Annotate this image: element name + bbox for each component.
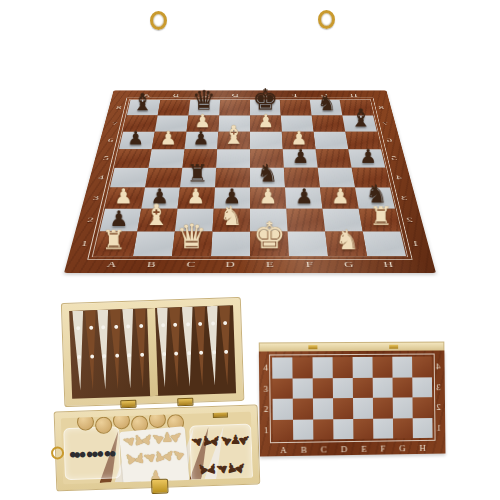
bag-of-black-checkers: ●●●●●●●● (63, 426, 121, 480)
backgammon-point (169, 307, 183, 387)
piece-black-pawn: ♟ (292, 147, 309, 166)
square-c6: ♟ (184, 132, 218, 149)
folded-square-g1 (393, 418, 413, 439)
file-label-near-h: H (367, 256, 410, 273)
piece-white-pawn: ♟ (258, 112, 274, 130)
folded-square-e4 (353, 357, 373, 378)
brass-front-clasp-icon (151, 479, 169, 495)
folded-square-e2 (353, 398, 373, 419)
board-corner (367, 90, 389, 100)
rank-label-right-5: 5 (381, 149, 407, 168)
folded-square-g3 (393, 377, 413, 398)
piece-black-knight: ♞ (317, 93, 336, 115)
piece-black-bishop: ♝ (350, 106, 372, 131)
folded-rank-label-1: 1 (264, 425, 269, 435)
folded-rank-labels-left: 4321 (260, 358, 272, 441)
folded-square-a1 (273, 419, 293, 440)
file-label-near-g: G (328, 256, 370, 273)
folded-square-c2 (313, 398, 333, 419)
rank-label-right-7: 7 (373, 115, 397, 131)
backgammon-point (85, 310, 99, 390)
board-corner (406, 256, 436, 273)
folded-square-f3 (373, 377, 393, 398)
square-e7: ♟ (250, 115, 282, 131)
piece-white-queen: ♛ (176, 220, 207, 254)
piece-black-pawn: ♟ (295, 186, 314, 207)
square-a1: ♜ (94, 232, 137, 257)
folded-file-label-e: E (361, 444, 367, 454)
folded-rank-label-4: 4 (436, 362, 441, 372)
folded-file-labels: ABCDEFGH (273, 443, 433, 455)
piece-white-knight: ♞ (220, 204, 244, 230)
square-a3: ♟ (105, 188, 145, 209)
product-photo-collage: ABCDEFGH8♝♛♚♞87♟♟♝76♟♟♟♝♟65♟♟54♜♞43♟♟♟♟♟… (0, 0, 500, 500)
folded-square-b1 (293, 419, 313, 440)
folded-rank-label-2: 2 (436, 402, 441, 412)
black-checker: ● (107, 445, 119, 460)
rank-label-left-4: 4 (87, 168, 114, 188)
folded-square-f1 (373, 418, 393, 439)
piece-white-king: ♚ (253, 217, 286, 254)
rank-label-right-8: 8 (370, 100, 394, 115)
piece-white-rook: ♜ (102, 228, 126, 254)
folded-board-grid (272, 357, 432, 441)
folded-rank-label-3: 3 (436, 382, 441, 392)
square-c1: ♛ (172, 232, 212, 257)
folded-square-f4 (372, 357, 392, 378)
box-tray: ●●●●●●●● ♟♟♟♟♟♟♟♟♟♟♟♟♟ ♟♟♟♟♟♟♟♟♟♟♟ (54, 404, 261, 491)
piece-black-rook: ♜ (187, 162, 208, 186)
folded-square-c3 (313, 378, 333, 399)
folded-rank-label-4: 4 (263, 363, 268, 373)
lid-backgammon-points (69, 305, 236, 399)
folded-square-b3 (293, 378, 313, 399)
piece-white-pawn: ♟ (160, 129, 177, 148)
piece-white-pawn: ♟ (259, 186, 278, 207)
folded-rank-label-1: 1 (437, 423, 442, 433)
square-b5 (148, 149, 184, 168)
square-f5: ♟ (283, 149, 318, 168)
folded-square-f2 (373, 398, 393, 419)
board-corner (111, 90, 133, 100)
backgammon-point (207, 306, 221, 386)
square-a5 (115, 149, 152, 168)
square-h1 (363, 232, 406, 257)
rank-label-right-2: 2 (395, 209, 425, 232)
square-f1 (288, 232, 328, 257)
main-board-wrap: ABCDEFGH8♝♛♚♞87♟♟♝76♟♟♟♝♟65♟♟54♜♞43♟♟♟♟♟… (64, 0, 436, 273)
backgammon-point (157, 307, 171, 387)
file-label-near-d: D (210, 256, 250, 273)
lid-centre-bar (147, 308, 158, 396)
piece-white-pawn: ♟ (114, 186, 133, 207)
square-e3: ♟ (250, 188, 286, 209)
square-b1 (133, 232, 175, 257)
folded-square-e3 (353, 377, 373, 398)
folded-square-d4 (333, 357, 353, 378)
folded-square-b4 (292, 357, 312, 378)
folded-file-label-d: D (341, 444, 348, 454)
folded-rank-label-2: 2 (264, 404, 269, 414)
square-c3: ♟ (178, 188, 215, 209)
file-label-near-b: B (130, 256, 172, 273)
piece-white-pawn: ♟ (291, 129, 308, 148)
folded-file-label-a: A (280, 445, 287, 455)
piece-black-pawn: ♟ (127, 129, 144, 148)
piece-black-bishop: ♝ (132, 90, 153, 114)
folded-square-c1 (313, 419, 333, 440)
folded-file-label-g: G (399, 443, 406, 453)
folded-square-b2 (293, 398, 313, 419)
square-g7 (312, 115, 346, 131)
brass-hinge-icon (120, 400, 136, 409)
folded-rank-labels-right: 4321 (433, 356, 445, 437)
backgammon-point (72, 310, 86, 390)
square-e6 (250, 132, 283, 149)
square-f2 (286, 209, 325, 232)
folded-square-g2 (393, 397, 413, 418)
folded-file-label-h: H (419, 443, 425, 453)
natural-wood-pieces-pile: ♟♟♟♟♟♟♟♟♟♟♟♟♟ (119, 426, 190, 484)
square-g8: ♞ (310, 100, 343, 115)
folded-file-label-c: C (321, 444, 327, 454)
bag-of-dark-brown-pieces: ♟♟♟♟♟♟♟♟♟♟♟ (189, 424, 253, 484)
square-h5: ♟ (348, 149, 385, 168)
square-g6 (313, 132, 348, 149)
folded-square-h1 (413, 418, 433, 439)
rank-label-left-2: 2 (75, 209, 105, 232)
backgammon-point (182, 307, 196, 387)
folded-square-d2 (333, 398, 353, 419)
brass-hinge-icon (177, 398, 193, 407)
rank-label-right-4: 4 (385, 168, 412, 188)
square-d5 (216, 149, 250, 168)
rank-label-right-1: 1 (400, 232, 431, 257)
backgammon-point (122, 309, 136, 389)
piece-white-pawn: ♟ (331, 186, 350, 207)
folded-square-h2 (412, 397, 432, 418)
piece-white-bishop: ♝ (143, 201, 169, 230)
square-e1: ♚ (250, 232, 289, 257)
file-label-near-a: A (90, 256, 133, 273)
piece-black-queen: ♛ (192, 87, 216, 114)
folded-board: 4321 4321 ABCDEFGH (259, 342, 446, 459)
folded-board-face: 4321 4321 ABCDEFGH (259, 350, 446, 456)
square-d8 (219, 100, 250, 115)
open-box: ●●●●●●●● ♟♟♟♟♟♟♟♟♟♟♟♟♟ ♟♟♟♟♟♟♟♟♟♟♟ (50, 292, 259, 493)
file-label-near-e: E (250, 256, 290, 273)
brass-latch-plate-icon (213, 412, 228, 418)
square-a6: ♟ (119, 132, 155, 149)
rank-label-right-3: 3 (390, 188, 419, 209)
square-b6: ♟ (152, 132, 187, 149)
folded-square-g4 (392, 357, 412, 378)
folded-square-d3 (333, 378, 353, 399)
folded-square-d1 (333, 418, 353, 439)
brass-hinge-icon (389, 345, 398, 349)
square-g5 (316, 149, 352, 168)
brass-hinge-icon (308, 345, 317, 349)
folded-square-a2 (273, 399, 293, 420)
backgammon-point (110, 309, 124, 389)
folded-square-a4 (272, 357, 292, 378)
backgammon-point (194, 306, 208, 386)
backgammon-point (97, 310, 111, 390)
folded-square-c4 (312, 357, 332, 378)
square-f8 (280, 100, 312, 115)
tray-interior: ●●●●●●●● ♟♟♟♟♟♟♟♟♟♟♟♟♟ ♟♟♟♟♟♟♟♟♟♟♟ (61, 412, 253, 485)
backgammon-point (219, 305, 233, 385)
square-f3: ♟ (285, 188, 322, 209)
piece-black-king: ♚ (252, 85, 278, 114)
file-label-far-d: D (220, 90, 250, 100)
folded-file-label-f: F (380, 444, 385, 454)
folded-square-h4 (412, 357, 432, 378)
square-h2: ♜ (359, 209, 401, 232)
folded-file-label-b: B (301, 445, 307, 455)
box-lid (61, 297, 245, 407)
square-d1 (211, 232, 250, 257)
square-g1: ♞ (325, 232, 367, 257)
piece-black-pawn: ♟ (193, 129, 210, 148)
main-board: ABCDEFGH8♝♛♚♞87♟♟♝76♟♟♟♝♟65♟♟54♜♞43♟♟♟♟♟… (64, 90, 436, 273)
file-label-far-f: F (279, 90, 309, 100)
tan-checker-stack (113, 412, 131, 430)
backgammon-point (135, 308, 149, 388)
piece-white-bishop: ♝ (222, 122, 245, 147)
file-label-far-h: H (338, 90, 370, 100)
square-d2: ♞ (212, 209, 250, 232)
square-g3: ♟ (320, 188, 359, 209)
square-h7: ♝ (342, 115, 377, 131)
square-a8: ♝ (127, 100, 160, 115)
file-label-far-b: B (160, 90, 191, 100)
square-d6: ♝ (217, 132, 250, 149)
piece-white-rook: ♜ (370, 204, 393, 229)
folded-square-h3 (412, 377, 432, 398)
file-label-near-c: C (170, 256, 211, 273)
file-label-near-f: F (289, 256, 330, 273)
folded-rank-label-3: 3 (264, 383, 269, 393)
folded-square-e1 (353, 418, 373, 439)
rank-label-right-6: 6 (377, 132, 402, 149)
piece-white-pawn: ♟ (186, 186, 205, 207)
piece-white-knight: ♞ (335, 227, 359, 254)
piece-black-knight: ♞ (256, 162, 278, 186)
folded-square-a3 (272, 378, 292, 399)
square-b8 (158, 100, 191, 115)
piece-black-pawn: ♟ (359, 147, 376, 166)
square-b2: ♝ (137, 209, 177, 232)
